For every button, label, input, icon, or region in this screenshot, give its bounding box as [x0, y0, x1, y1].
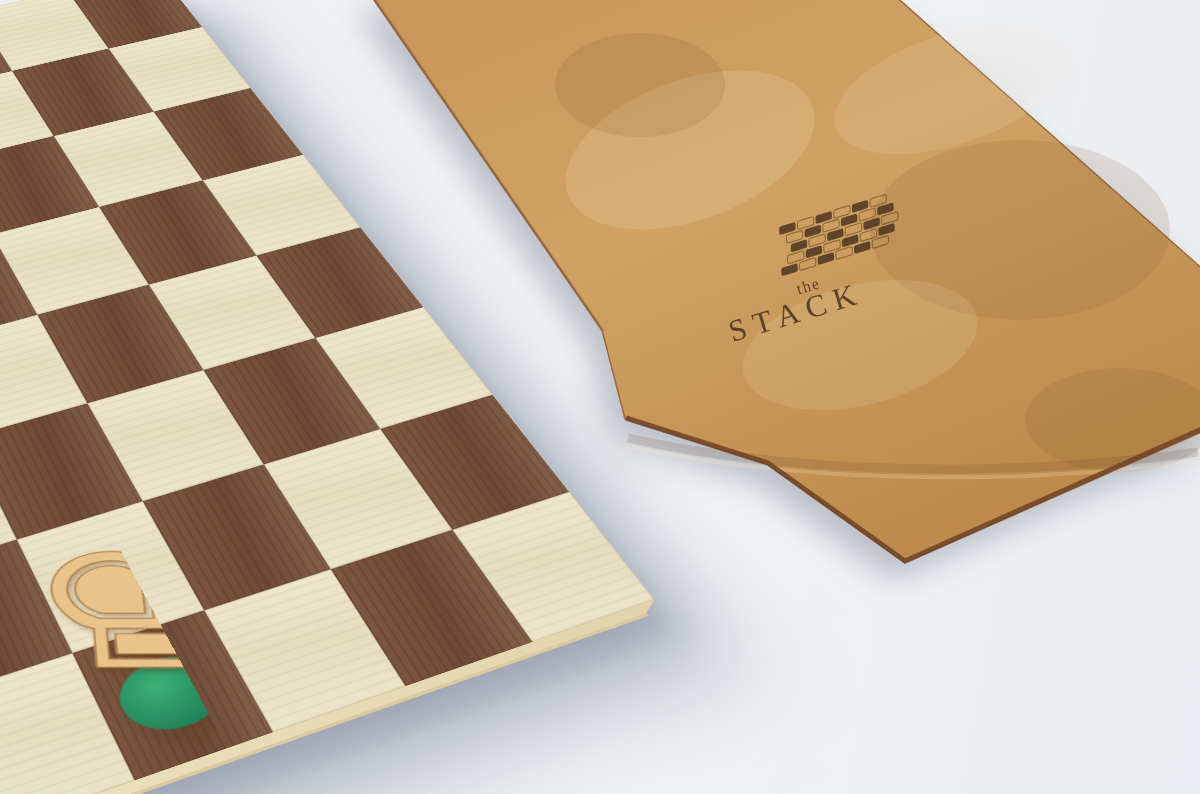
- piece-felt: [106, 644, 237, 741]
- product-photo-stage: ♞♜♟♟♟♟♟♟♚♝♞♜: [0, 0, 1200, 794]
- stacked-checkerboard-cube-emblem: [779, 191, 899, 276]
- piece-glyph-pawn: ♟: [0, 48, 123, 116]
- board-square-d2[interactable]: [0, 540, 72, 698]
- brand-text-stack: STACK: [724, 275, 867, 349]
- piece-felt: [495, 527, 609, 603]
- brand-text-the: the: [794, 274, 822, 297]
- chess-board: ♞♜♟♟♟♟♟♟♚♝♞♜: [0, 0, 654, 794]
- board-square-d1[interactable]: [0, 653, 135, 794]
- board-square-e2[interactable]: [17, 501, 204, 653]
- piece-felt: [373, 566, 488, 645]
- piece-glyph-king: ♚: [0, 507, 364, 695]
- board-side-edge-near: [0, 600, 654, 794]
- mat-fold-crease: [628, 438, 1198, 469]
- piece-felt: [246, 607, 362, 690]
